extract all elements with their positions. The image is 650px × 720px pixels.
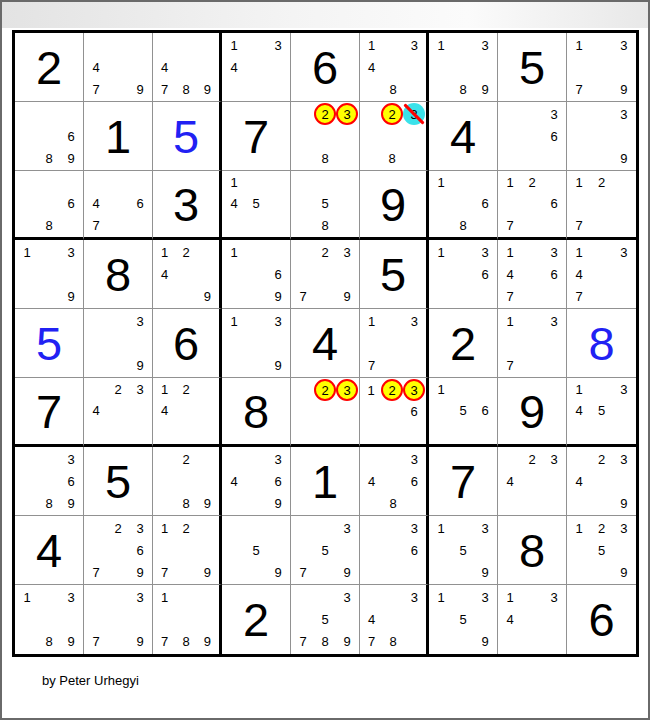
cell-r8c8[interactable]: 8 bbox=[498, 516, 567, 585]
candidate-3[interactable]: 3 bbox=[267, 448, 289, 470]
cell-r2c9[interactable]: 39 bbox=[567, 102, 636, 171]
candidate-1[interactable]: 1 bbox=[154, 586, 175, 608]
candidate-7[interactable]: 7 bbox=[85, 561, 107, 583]
candidate-5[interactable]: 5 bbox=[452, 539, 474, 561]
candidate-2[interactable]: 2 bbox=[521, 172, 543, 193]
candidate-grid: 3468 bbox=[360, 447, 426, 515]
candidate-4[interactable]: 4 bbox=[568, 263, 590, 285]
candidate-1[interactable]: 1 bbox=[430, 379, 452, 400]
cell-r6c3[interactable]: 124 bbox=[153, 378, 222, 447]
cell-value: 8 bbox=[519, 527, 545, 574]
candidate-3[interactable]: 3 bbox=[60, 241, 82, 263]
cell-r1c9[interactable]: 1379 bbox=[567, 33, 636, 102]
candidate-3[interactable]: 3 bbox=[613, 241, 635, 263]
candidate-3[interactable]: 3 bbox=[474, 34, 496, 56]
candidate-4[interactable]: 4 bbox=[223, 193, 245, 214]
cell-r1c7[interactable]: 1389 bbox=[429, 33, 498, 102]
candidate-3[interactable]: 3 bbox=[404, 34, 425, 56]
candidate-7[interactable]: 7 bbox=[154, 561, 175, 583]
candidate-6[interactable]: 6 bbox=[404, 470, 425, 492]
cell-value: 7 bbox=[36, 388, 62, 435]
candidate-7[interactable]: 7 bbox=[292, 561, 314, 583]
candidate-1[interactable]: 1 bbox=[568, 241, 590, 263]
cell-value: 6 bbox=[588, 596, 614, 643]
candidate-8[interactable]: 8 bbox=[382, 631, 403, 653]
cell-r9c2[interactable]: 379 bbox=[84, 585, 153, 654]
candidate-9[interactable]: 9 bbox=[267, 285, 289, 307]
candidate-4[interactable]: 4 bbox=[154, 263, 175, 285]
candidate-7[interactable]: 7 bbox=[154, 631, 175, 653]
candidate-7[interactable]: 7 bbox=[499, 215, 521, 236]
candidate-6[interactable]: 6 bbox=[60, 470, 82, 492]
candidate-3[interactable]: 3 bbox=[336, 517, 358, 539]
candidate-1[interactable]: 1 bbox=[223, 241, 245, 263]
candidate-1[interactable]: 1 bbox=[223, 172, 245, 193]
candidate-6[interactable]: 6 bbox=[543, 125, 565, 147]
candidate-7[interactable]: 7 bbox=[361, 631, 382, 653]
candidate-1[interactable]: 1 bbox=[499, 310, 521, 332]
cell-r5c1[interactable]: 5 bbox=[15, 309, 84, 378]
candidate-6[interactable]: 6 bbox=[543, 263, 565, 285]
candidate-7[interactable]: 7 bbox=[85, 631, 107, 653]
cell-r7c8[interactable]: 234 bbox=[498, 447, 567, 516]
cell-r1c8[interactable]: 5 bbox=[498, 33, 567, 102]
candidate-1[interactable]: 1 bbox=[16, 586, 38, 608]
cell-r9c6[interactable]: 3478 bbox=[360, 585, 429, 654]
cell-r3c1[interactable]: 68 bbox=[15, 171, 84, 240]
candidate-2[interactable]: 2 bbox=[107, 517, 129, 539]
candidate-9[interactable]: 9 bbox=[613, 561, 635, 583]
candidate-2[interactable]: 2 bbox=[590, 172, 612, 193]
candidate-1[interactable]: 1 bbox=[430, 517, 452, 539]
candidate-3[interactable]: 3 bbox=[474, 517, 496, 539]
cell-r7c9[interactable]: 2349 bbox=[567, 447, 636, 516]
cell-r8c4[interactable]: 59 bbox=[222, 516, 291, 585]
candidate-3-eliminated[interactable]: 3 bbox=[403, 103, 425, 125]
candidate-1[interactable]: 1 bbox=[223, 310, 245, 332]
candidate-grid: 1389 bbox=[429, 33, 497, 101]
cell-r5c7[interactable]: 2 bbox=[429, 309, 498, 378]
candidate-1[interactable]: 1 bbox=[499, 172, 521, 193]
candidate-2[interactable]: 2 bbox=[314, 241, 336, 263]
candidate-8[interactable]: 8 bbox=[38, 631, 60, 653]
candidate-9[interactable]: 9 bbox=[197, 78, 218, 100]
candidate-9[interactable]: 9 bbox=[197, 492, 218, 514]
candidate-8[interactable]: 8 bbox=[382, 78, 403, 100]
candidate-9[interactable]: 9 bbox=[336, 561, 358, 583]
candidate-1[interactable]: 1 bbox=[223, 34, 245, 56]
candidate-8[interactable]: 8 bbox=[38, 492, 60, 514]
cell-value: 9 bbox=[380, 181, 406, 228]
candidate-1[interactable]: 1 bbox=[430, 172, 452, 193]
candidate-grid: 1249 bbox=[153, 240, 219, 308]
candidate-6[interactable]: 6 bbox=[474, 193, 496, 214]
candidate-5[interactable]: 5 bbox=[314, 539, 336, 561]
candidate-9[interactable]: 9 bbox=[197, 631, 218, 653]
candidate-grid: 1389 bbox=[15, 585, 83, 654]
candidate-8[interactable]: 8 bbox=[452, 215, 474, 236]
cell-r3c8[interactable]: 1267 bbox=[498, 171, 567, 240]
candidate-2-highlighted[interactable]: 2 bbox=[381, 103, 403, 125]
cell-r1c5[interactable]: 6 bbox=[291, 33, 360, 102]
cell-r4c4[interactable]: 169 bbox=[222, 240, 291, 309]
candidate-9[interactable]: 9 bbox=[197, 285, 218, 307]
candidate-grid: 12359 bbox=[567, 516, 636, 584]
candidate-3[interactable]: 3 bbox=[267, 34, 289, 56]
candidate-9[interactable]: 9 bbox=[129, 561, 151, 583]
candidate-7[interactable]: 7 bbox=[568, 215, 590, 236]
candidate-6[interactable]: 6 bbox=[543, 193, 565, 214]
candidate-3[interactable]: 3 bbox=[613, 448, 635, 470]
candidate-9[interactable]: 9 bbox=[267, 354, 289, 376]
candidate-3[interactable]: 3 bbox=[267, 310, 289, 332]
cell-value: 5 bbox=[36, 320, 62, 367]
candidate-1[interactable]: 1 bbox=[568, 172, 590, 193]
candidate-6[interactable]: 6 bbox=[403, 401, 425, 422]
candidate-8[interactable]: 8 bbox=[175, 492, 196, 514]
cell-r6c5[interactable]: 23 bbox=[291, 378, 360, 447]
cell-r4c8[interactable]: 13467 bbox=[498, 240, 567, 309]
cell-r1c1[interactable]: 2 bbox=[15, 33, 84, 102]
cell-r3c6[interactable]: 9 bbox=[360, 171, 429, 240]
candidate-4[interactable]: 4 bbox=[568, 470, 590, 492]
candidate-2[interactable]: 2 bbox=[590, 448, 612, 470]
candidate-4[interactable]: 4 bbox=[154, 400, 175, 421]
candidate-4[interactable]: 4 bbox=[154, 56, 175, 78]
candidate-3[interactable]: 3 bbox=[613, 517, 635, 539]
candidate-grid: 1359 bbox=[429, 516, 497, 584]
candidate-grid: 479 bbox=[84, 33, 152, 101]
cell-r6c8[interactable]: 9 bbox=[498, 378, 567, 447]
candidate-3[interactable]: 3 bbox=[336, 241, 358, 263]
candidate-3[interactable]: 3 bbox=[404, 517, 425, 539]
candidate-grid: 1789 bbox=[153, 585, 219, 654]
candidate-1[interactable]: 1 bbox=[430, 241, 452, 263]
candidate-5[interactable]: 5 bbox=[452, 400, 474, 421]
candidate-4[interactable]: 4 bbox=[499, 470, 521, 492]
candidate-8[interactable]: 8 bbox=[38, 147, 60, 169]
candidate-9[interactable]: 9 bbox=[613, 492, 635, 514]
cell-r8c1[interactable]: 4 bbox=[15, 516, 84, 585]
candidate-grid: 134 bbox=[498, 585, 566, 654]
candidate-8[interactable]: 8 bbox=[452, 78, 474, 100]
candidate-3[interactable]: 3 bbox=[543, 448, 565, 470]
candidate-9[interactable]: 9 bbox=[267, 561, 289, 583]
candidate-9[interactable]: 9 bbox=[60, 147, 82, 169]
candidate-7[interactable]: 7 bbox=[568, 78, 590, 100]
candidate-6[interactable]: 6 bbox=[129, 539, 151, 561]
candidate-grid: 234 bbox=[84, 378, 152, 444]
candidate-grid: 1345 bbox=[567, 378, 636, 444]
cell-r4c9[interactable]: 1347 bbox=[567, 240, 636, 309]
candidate-9[interactable]: 9 bbox=[267, 492, 289, 514]
cell-r8c2[interactable]: 23679 bbox=[84, 516, 153, 585]
candidate-1[interactable]: 1 bbox=[499, 241, 521, 263]
cell-r6c1[interactable]: 7 bbox=[15, 378, 84, 447]
candidate-8[interactable]: 8 bbox=[314, 147, 336, 169]
cell-value: 3 bbox=[173, 181, 199, 228]
candidate-4[interactable]: 4 bbox=[85, 193, 107, 214]
candidate-8[interactable]: 8 bbox=[38, 215, 60, 236]
candidate-grid: 68 bbox=[15, 171, 83, 237]
candidate-3[interactable]: 3 bbox=[543, 586, 565, 608]
candidate-4[interactable]: 4 bbox=[223, 470, 245, 492]
title-bar bbox=[2, 2, 648, 28]
candidate-5[interactable]: 5 bbox=[590, 400, 612, 421]
candidate-1[interactable]: 1 bbox=[499, 586, 521, 608]
candidate-4[interactable]: 4 bbox=[361, 608, 382, 630]
candidate-1[interactable]: 1 bbox=[430, 34, 452, 56]
candidate-3[interactable]: 3 bbox=[474, 241, 496, 263]
cell-r9c1[interactable]: 1389 bbox=[15, 585, 84, 654]
candidate-1[interactable]: 1 bbox=[361, 34, 382, 56]
candidate-8[interactable]: 8 bbox=[314, 215, 336, 236]
candidate-6[interactable]: 6 bbox=[60, 193, 82, 214]
cell-r7c5[interactable]: 1 bbox=[291, 447, 360, 516]
candidate-3[interactable]: 3 bbox=[543, 103, 565, 125]
cell-value: 8 bbox=[588, 320, 614, 367]
candidate-2-highlighted[interactable]: 2 bbox=[314, 379, 336, 401]
candidate-2[interactable]: 2 bbox=[590, 517, 612, 539]
candidate-2[interactable]: 2 bbox=[175, 448, 196, 470]
cell-r5c8[interactable]: 137 bbox=[498, 309, 567, 378]
candidate-grid: 36 bbox=[360, 516, 426, 584]
cell-r3c2[interactable]: 467 bbox=[84, 171, 153, 240]
candidate-3[interactable]: 3 bbox=[129, 517, 151, 539]
candidate-1[interactable]: 1 bbox=[154, 517, 175, 539]
candidate-9[interactable]: 9 bbox=[474, 78, 496, 100]
cell-r6c4[interactable]: 8 bbox=[222, 378, 291, 447]
cell-r7c3[interactable]: 289 bbox=[153, 447, 222, 516]
candidate-4[interactable]: 4 bbox=[499, 608, 521, 630]
candidate-8[interactable]: 8 bbox=[175, 631, 196, 653]
candidate-9[interactable]: 9 bbox=[336, 631, 358, 653]
cell-r9c5[interactable]: 35789 bbox=[291, 585, 360, 654]
candidate-5[interactable]: 5 bbox=[245, 539, 267, 561]
candidate-2[interactable]: 2 bbox=[175, 379, 196, 400]
candidate-5[interactable]: 5 bbox=[590, 539, 612, 561]
candidate-8[interactable]: 8 bbox=[314, 631, 336, 653]
candidate-grid: 156 bbox=[429, 378, 497, 444]
candidate-3[interactable]: 3 bbox=[474, 586, 496, 608]
cell-r6c6[interactable]: 1236 bbox=[360, 378, 429, 447]
candidate-7[interactable]: 7 bbox=[361, 354, 382, 376]
cell-r2c1[interactable]: 689 bbox=[15, 102, 84, 171]
cell-r2c3[interactable]: 5 bbox=[153, 102, 222, 171]
candidate-3[interactable]: 3 bbox=[543, 310, 565, 332]
candidate-7[interactable]: 7 bbox=[499, 354, 521, 376]
candidate-2-highlighted[interactable]: 2 bbox=[381, 379, 403, 401]
candidate-4[interactable]: 4 bbox=[223, 56, 245, 78]
candidate-grid: 23679 bbox=[84, 516, 152, 584]
cell-r7c7[interactable]: 7 bbox=[429, 447, 498, 516]
candidate-1[interactable]: 1 bbox=[154, 241, 175, 263]
candidate-3[interactable]: 3 bbox=[129, 310, 151, 332]
candidate-1[interactable]: 1 bbox=[361, 310, 382, 332]
cell-value: 1 bbox=[105, 113, 131, 160]
candidate-3-highlighted[interactable]: 3 bbox=[336, 379, 358, 401]
candidate-5[interactable]: 5 bbox=[314, 193, 336, 214]
candidate-6[interactable]: 6 bbox=[474, 400, 496, 421]
candidate-4[interactable]: 4 bbox=[85, 56, 107, 78]
cell-r5c2[interactable]: 39 bbox=[84, 309, 153, 378]
cell-r1c6[interactable]: 1348 bbox=[360, 33, 429, 102]
candidate-7[interactable]: 7 bbox=[292, 285, 314, 307]
candidate-3[interactable]: 3 bbox=[129, 379, 151, 400]
cell-r6c9[interactable]: 1345 bbox=[567, 378, 636, 447]
candidate-6[interactable]: 6 bbox=[267, 263, 289, 285]
cell-r9c4[interactable]: 2 bbox=[222, 585, 291, 654]
candidate-3[interactable]: 3 bbox=[543, 241, 565, 263]
candidate-9[interactable]: 9 bbox=[474, 561, 496, 583]
cell-r1c2[interactable]: 479 bbox=[84, 33, 153, 102]
cell-r9c7[interactable]: 1359 bbox=[429, 585, 498, 654]
candidate-4[interactable]: 4 bbox=[361, 56, 382, 78]
candidate-8[interactable]: 8 bbox=[381, 147, 403, 169]
candidate-1[interactable]: 1 bbox=[16, 241, 38, 263]
cell-r1c4[interactable]: 134 bbox=[222, 33, 291, 102]
cell-value: 2 bbox=[36, 44, 62, 91]
candidate-7[interactable]: 7 bbox=[154, 78, 175, 100]
cell-r8c3[interactable]: 1279 bbox=[153, 516, 222, 585]
candidate-6[interactable]: 6 bbox=[474, 263, 496, 285]
cell-r9c8[interactable]: 134 bbox=[498, 585, 567, 654]
cell-r7c2[interactable]: 5 bbox=[84, 447, 153, 516]
candidate-3-highlighted[interactable]: 3 bbox=[403, 379, 425, 401]
candidate-9[interactable]: 9 bbox=[60, 492, 82, 514]
candidate-9[interactable]: 9 bbox=[129, 631, 151, 653]
candidate-8[interactable]: 8 bbox=[382, 492, 403, 514]
candidate-1[interactable]: 1 bbox=[361, 379, 381, 401]
cell-r6c2[interactable]: 234 bbox=[84, 378, 153, 447]
candidate-1[interactable]: 1 bbox=[430, 586, 452, 608]
cell-r2c8[interactable]: 36 bbox=[498, 102, 567, 171]
candidate-4[interactable]: 4 bbox=[499, 263, 521, 285]
cell-value: 7 bbox=[243, 113, 269, 160]
candidate-3[interactable]: 3 bbox=[613, 103, 635, 125]
cell-r2c4[interactable]: 7 bbox=[222, 102, 291, 171]
cell-r2c7[interactable]: 4 bbox=[429, 102, 498, 171]
candidate-3[interactable]: 3 bbox=[613, 34, 635, 56]
cell-r5c5[interactable]: 4 bbox=[291, 309, 360, 378]
candidate-9[interactable]: 9 bbox=[336, 285, 358, 307]
candidate-6[interactable]: 6 bbox=[60, 125, 82, 147]
cell-value: 4 bbox=[450, 113, 476, 160]
cell-value: 6 bbox=[312, 44, 338, 91]
cell-r3c3[interactable]: 3 bbox=[153, 171, 222, 240]
candidate-3[interactable]: 3 bbox=[129, 586, 151, 608]
candidate-5[interactable]: 5 bbox=[245, 193, 267, 214]
candidate-2-highlighted[interactable]: 2 bbox=[314, 103, 336, 125]
candidate-4[interactable]: 4 bbox=[568, 400, 590, 421]
candidate-3[interactable]: 3 bbox=[404, 448, 425, 470]
cell-r5c3[interactable]: 6 bbox=[153, 309, 222, 378]
cell-r4c3[interactable]: 1249 bbox=[153, 240, 222, 309]
candidate-3[interactable]: 3 bbox=[404, 586, 425, 608]
candidate-6[interactable]: 6 bbox=[129, 193, 151, 214]
candidate-9[interactable]: 9 bbox=[197, 561, 218, 583]
cell-r4c2[interactable]: 8 bbox=[84, 240, 153, 309]
cell-r5c6[interactable]: 137 bbox=[360, 309, 429, 378]
cell-r3c9[interactable]: 127 bbox=[567, 171, 636, 240]
candidate-3[interactable]: 3 bbox=[336, 586, 358, 608]
candidate-4[interactable]: 4 bbox=[85, 400, 107, 421]
cell-r5c9[interactable]: 8 bbox=[567, 309, 636, 378]
candidate-6[interactable]: 6 bbox=[267, 470, 289, 492]
candidate-5[interactable]: 5 bbox=[314, 608, 336, 630]
cell-r8c5[interactable]: 3579 bbox=[291, 516, 360, 585]
candidate-9[interactable]: 9 bbox=[60, 631, 82, 653]
candidate-3[interactable]: 3 bbox=[60, 448, 82, 470]
cell-r3c4[interactable]: 145 bbox=[222, 171, 291, 240]
candidate-1[interactable]: 1 bbox=[568, 379, 590, 400]
cell-r4c1[interactable]: 139 bbox=[15, 240, 84, 309]
cell-r4c5[interactable]: 2379 bbox=[291, 240, 360, 309]
candidate-5[interactable]: 5 bbox=[452, 608, 474, 630]
candidate-2[interactable]: 2 bbox=[175, 517, 196, 539]
candidate-4[interactable]: 4 bbox=[361, 470, 382, 492]
candidate-3[interactable]: 3 bbox=[60, 586, 82, 608]
candidate-9[interactable]: 9 bbox=[129, 78, 151, 100]
candidate-8[interactable]: 8 bbox=[175, 78, 196, 100]
candidate-7[interactable]: 7 bbox=[85, 215, 107, 236]
candidate-3[interactable]: 3 bbox=[404, 310, 425, 332]
candidate-7[interactable]: 7 bbox=[292, 631, 314, 653]
candidate-grid: 136 bbox=[429, 240, 497, 308]
cell-r4c7[interactable]: 136 bbox=[429, 240, 498, 309]
candidate-7[interactable]: 7 bbox=[85, 78, 107, 100]
candidate-9[interactable]: 9 bbox=[613, 147, 635, 169]
candidate-3-highlighted[interactable]: 3 bbox=[336, 103, 358, 125]
cell-r4c6[interactable]: 5 bbox=[360, 240, 429, 309]
cell-r8c7[interactable]: 1359 bbox=[429, 516, 498, 585]
candidate-7[interactable]: 7 bbox=[499, 285, 521, 307]
candidate-9[interactable]: 9 bbox=[474, 631, 496, 653]
candidate-7[interactable]: 7 bbox=[568, 285, 590, 307]
candidate-grid: 23 bbox=[291, 378, 359, 444]
candidate-3[interactable]: 3 bbox=[613, 379, 635, 400]
cell-r6c7[interactable]: 156 bbox=[429, 378, 498, 447]
candidate-grid: 238 bbox=[360, 102, 426, 170]
cell-r1c3[interactable]: 4789 bbox=[153, 33, 222, 102]
candidate-2[interactable]: 2 bbox=[175, 241, 196, 263]
candidate-9[interactable]: 9 bbox=[613, 78, 635, 100]
cell-r9c9[interactable]: 6 bbox=[567, 585, 636, 654]
candidate-9[interactable]: 9 bbox=[129, 354, 151, 376]
candidate-1[interactable]: 1 bbox=[568, 34, 590, 56]
candidate-1[interactable]: 1 bbox=[154, 379, 175, 400]
candidate-9[interactable]: 9 bbox=[60, 285, 82, 307]
cell-r8c9[interactable]: 12359 bbox=[567, 516, 636, 585]
cell-r5c4[interactable]: 139 bbox=[222, 309, 291, 378]
candidate-2[interactable]: 2 bbox=[107, 379, 129, 400]
candidate-2[interactable]: 2 bbox=[521, 448, 543, 470]
candidate-grid: 134 bbox=[222, 33, 290, 101]
cell-r2c6[interactable]: 238 bbox=[360, 102, 429, 171]
cell-r3c5[interactable]: 58 bbox=[291, 171, 360, 240]
candidate-6[interactable]: 6 bbox=[404, 539, 425, 561]
cell-r7c4[interactable]: 3469 bbox=[222, 447, 291, 516]
candidate-1[interactable]: 1 bbox=[568, 517, 590, 539]
candidate-grid: 39 bbox=[84, 309, 152, 377]
cell-r3c7[interactable]: 168 bbox=[429, 171, 498, 240]
cell-r9c3[interactable]: 1789 bbox=[153, 585, 222, 654]
cell-r2c5[interactable]: 238 bbox=[291, 102, 360, 171]
cell-r2c2[interactable]: 1 bbox=[84, 102, 153, 171]
cell-r7c1[interactable]: 3689 bbox=[15, 447, 84, 516]
cell-r7c6[interactable]: 3468 bbox=[360, 447, 429, 516]
cell-r8c6[interactable]: 36 bbox=[360, 516, 429, 585]
